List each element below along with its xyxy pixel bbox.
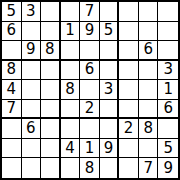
- cell-r7c8[interactable]: 8: [139, 119, 159, 139]
- cell-r4c2[interactable]: [22, 61, 42, 81]
- cell-r9c2[interactable]: [22, 158, 42, 178]
- cell-r6c3[interactable]: [41, 100, 61, 120]
- cell-r8c3[interactable]: [41, 139, 61, 159]
- cell-r8c9[interactable]: 5: [158, 139, 178, 159]
- cell-r8c5[interactable]: 1: [80, 139, 100, 159]
- cell-r3c4[interactable]: [61, 41, 81, 61]
- cell-r6c9[interactable]: 6: [158, 100, 178, 120]
- cell-r2c4[interactable]: 1: [61, 22, 81, 42]
- cell-r3c9[interactable]: [158, 41, 178, 61]
- cell-r6c4[interactable]: [61, 100, 81, 120]
- cell-r6c6[interactable]: [100, 100, 120, 120]
- cell-r2c2[interactable]: [22, 22, 42, 42]
- cell-r9c1[interactable]: [2, 158, 22, 178]
- cell-r2c3[interactable]: [41, 22, 61, 42]
- cell-r1c2[interactable]: 3: [22, 2, 42, 22]
- cell-r6c8[interactable]: [139, 100, 159, 120]
- cell-r5c1[interactable]: 4: [2, 80, 22, 100]
- cell-r2c7[interactable]: [119, 22, 139, 42]
- cell-r2c1[interactable]: 6: [2, 22, 22, 42]
- cell-r7c4[interactable]: [61, 119, 81, 139]
- cell-r1c8[interactable]: [139, 2, 159, 22]
- cell-r1c1[interactable]: 5: [2, 2, 22, 22]
- cell-r4c9[interactable]: 3: [158, 61, 178, 81]
- cell-r3c8[interactable]: 6: [139, 41, 159, 61]
- cell-r6c7[interactable]: [119, 100, 139, 120]
- cell-r5c7[interactable]: [119, 80, 139, 100]
- cell-r9c7[interactable]: [119, 158, 139, 178]
- cell-r4c4[interactable]: [61, 61, 81, 81]
- cell-r3c1[interactable]: [2, 41, 22, 61]
- cell-r9c6[interactable]: [100, 158, 120, 178]
- cell-r6c5[interactable]: 2: [80, 100, 100, 120]
- cell-r8c8[interactable]: [139, 139, 159, 159]
- cell-r4c1[interactable]: 8: [2, 61, 22, 81]
- cell-r8c6[interactable]: 9: [100, 139, 120, 159]
- sudoku-board: 537619598686348317266284195879: [0, 0, 180, 180]
- cell-r7c6[interactable]: [100, 119, 120, 139]
- cell-r2c8[interactable]: [139, 22, 159, 42]
- cell-r6c1[interactable]: 7: [2, 100, 22, 120]
- cell-r5c9[interactable]: 1: [158, 80, 178, 100]
- cell-r6c2[interactable]: [22, 100, 42, 120]
- cell-r3c7[interactable]: [119, 41, 139, 61]
- cell-r8c7[interactable]: [119, 139, 139, 159]
- cell-r7c3[interactable]: [41, 119, 61, 139]
- cell-r4c3[interactable]: [41, 61, 61, 81]
- cell-r5c3[interactable]: [41, 80, 61, 100]
- cell-r1c9[interactable]: [158, 2, 178, 22]
- cell-r4c7[interactable]: [119, 61, 139, 81]
- cell-r3c3[interactable]: 8: [41, 41, 61, 61]
- cell-r7c1[interactable]: [2, 119, 22, 139]
- cell-r4c5[interactable]: 6: [80, 61, 100, 81]
- cell-r5c2[interactable]: [22, 80, 42, 100]
- cell-r3c6[interactable]: [100, 41, 120, 61]
- cell-r1c5[interactable]: 7: [80, 2, 100, 22]
- cell-r9c5[interactable]: 8: [80, 158, 100, 178]
- cell-r1c4[interactable]: [61, 2, 81, 22]
- cell-r8c1[interactable]: [2, 139, 22, 159]
- cell-r5c6[interactable]: 3: [100, 80, 120, 100]
- cell-r9c9[interactable]: 9: [158, 158, 178, 178]
- cell-r3c2[interactable]: 9: [22, 41, 42, 61]
- cell-r7c9[interactable]: [158, 119, 178, 139]
- cell-r5c8[interactable]: [139, 80, 159, 100]
- cell-r1c6[interactable]: [100, 2, 120, 22]
- cell-r7c5[interactable]: [80, 119, 100, 139]
- cell-r4c8[interactable]: [139, 61, 159, 81]
- cell-r1c3[interactable]: [41, 2, 61, 22]
- cell-r2c6[interactable]: 5: [100, 22, 120, 42]
- cell-r2c5[interactable]: 9: [80, 22, 100, 42]
- cell-r5c4[interactable]: 8: [61, 80, 81, 100]
- cell-r9c4[interactable]: [61, 158, 81, 178]
- cell-r4c6[interactable]: [100, 61, 120, 81]
- cell-r1c7[interactable]: [119, 2, 139, 22]
- cell-r9c3[interactable]: [41, 158, 61, 178]
- cell-r5c5[interactable]: [80, 80, 100, 100]
- cell-r7c2[interactable]: 6: [22, 119, 42, 139]
- cell-r2c9[interactable]: [158, 22, 178, 42]
- cell-r8c4[interactable]: 4: [61, 139, 81, 159]
- cell-r9c8[interactable]: 7: [139, 158, 159, 178]
- cell-r7c7[interactable]: 2: [119, 119, 139, 139]
- cell-r8c2[interactable]: [22, 139, 42, 159]
- cell-r3c5[interactable]: [80, 41, 100, 61]
